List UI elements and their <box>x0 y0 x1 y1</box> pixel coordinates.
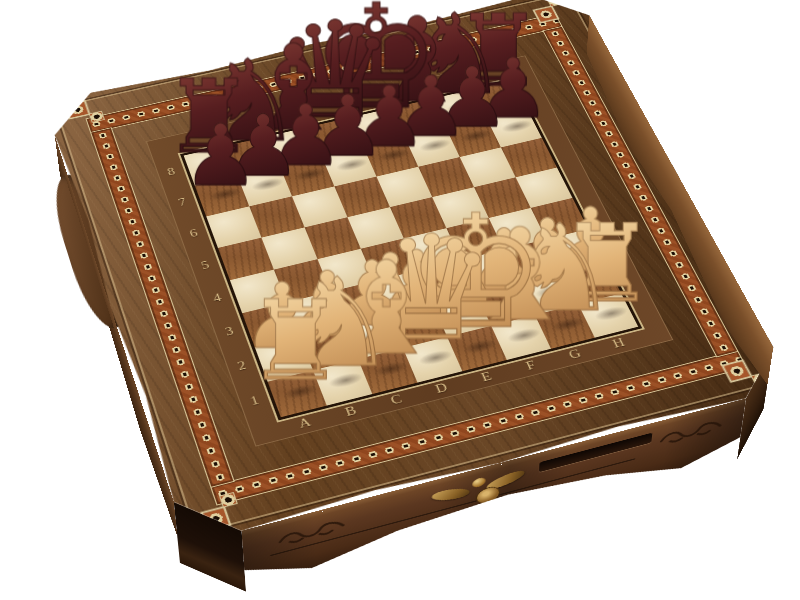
piece-cell-a7: ♟ <box>191 174 245 215</box>
brass-medallion <box>476 484 501 506</box>
scene: 87654321 ABCDEFGH ♜♞♝♛♚♝♞♜♟♟♟♟♟♟♟♟♟♟♟♟♟♟… <box>0 0 800 600</box>
white-rook-a1[interactable]: ♜ <box>178 286 411 396</box>
piece-cell-a1: ♜ <box>264 369 323 416</box>
handle-pin <box>472 477 486 489</box>
chess-case: 87654321 ABCDEFGH ♜♞♝♛♚♝♞♜♟♟♟♟♟♟♟♟♟♟♟♟♟♟… <box>44 0 795 545</box>
handle-wing-left <box>430 487 471 501</box>
black-pawn-a7[interactable]: ♟ <box>111 113 328 198</box>
